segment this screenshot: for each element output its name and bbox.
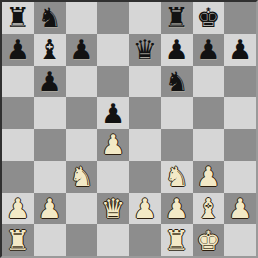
square-e1[interactable] — [129, 224, 161, 256]
black-rook-piece[interactable]: ♜ — [165, 4, 189, 31]
square-h1[interactable] — [224, 224, 256, 256]
square-f7[interactable]: ♟ — [161, 34, 193, 66]
black-pawn-piece[interactable]: ♟ — [228, 36, 252, 63]
square-f1[interactable]: ♜ — [161, 224, 193, 256]
square-g2[interactable]: ♝ — [193, 193, 225, 225]
chess-board: ♜♞♜♚♟♝♟♛♟♟♟♟♞♟♟♞♞♟♟♟♛♟♟♝♟♜♜♚ — [0, 0, 258, 258]
square-g4[interactable] — [193, 129, 225, 161]
white-pawn-piece[interactable]: ♟ — [196, 163, 220, 190]
square-e3[interactable] — [129, 161, 161, 193]
square-h3[interactable] — [224, 161, 256, 193]
square-h7[interactable]: ♟ — [224, 34, 256, 66]
white-king-piece[interactable]: ♚ — [196, 227, 220, 254]
black-pawn-piece[interactable]: ♟ — [6, 36, 30, 63]
square-d7[interactable] — [97, 34, 129, 66]
square-b8[interactable]: ♞ — [34, 2, 66, 34]
square-c4[interactable] — [66, 129, 98, 161]
white-pawn-piece[interactable]: ♟ — [101, 131, 125, 158]
square-b5[interactable] — [34, 97, 66, 129]
square-d3[interactable] — [97, 161, 129, 193]
square-d2[interactable]: ♛ — [97, 193, 129, 225]
square-b7[interactable]: ♝ — [34, 34, 66, 66]
square-g8[interactable]: ♚ — [193, 2, 225, 34]
square-d1[interactable] — [97, 224, 129, 256]
square-a5[interactable] — [2, 97, 34, 129]
square-d4[interactable]: ♟ — [97, 129, 129, 161]
square-a3[interactable] — [2, 161, 34, 193]
square-f4[interactable] — [161, 129, 193, 161]
square-g1[interactable]: ♚ — [193, 224, 225, 256]
square-h8[interactable] — [224, 2, 256, 34]
square-d8[interactable] — [97, 2, 129, 34]
square-g5[interactable] — [193, 97, 225, 129]
square-c5[interactable] — [66, 97, 98, 129]
square-a6[interactable] — [2, 66, 34, 98]
square-g3[interactable]: ♟ — [193, 161, 225, 193]
black-rook-piece[interactable]: ♜ — [6, 4, 30, 31]
square-g6[interactable] — [193, 66, 225, 98]
black-knight-piece[interactable]: ♞ — [165, 68, 189, 95]
white-queen-piece[interactable]: ♛ — [101, 195, 125, 222]
white-pawn-piece[interactable]: ♟ — [6, 195, 30, 222]
square-a4[interactable] — [2, 129, 34, 161]
black-king-piece[interactable]: ♚ — [196, 4, 220, 31]
square-f6[interactable]: ♞ — [161, 66, 193, 98]
square-b2[interactable]: ♟ — [34, 193, 66, 225]
square-e4[interactable] — [129, 129, 161, 161]
square-c1[interactable] — [66, 224, 98, 256]
white-pawn-piece[interactable]: ♟ — [38, 195, 62, 222]
white-bishop-piece[interactable]: ♝ — [196, 195, 220, 222]
square-a1[interactable]: ♜ — [2, 224, 34, 256]
square-e8[interactable] — [129, 2, 161, 34]
black-pawn-piece[interactable]: ♟ — [196, 36, 220, 63]
black-pawn-piece[interactable]: ♟ — [165, 36, 189, 63]
square-e2[interactable]: ♟ — [129, 193, 161, 225]
black-knight-piece[interactable]: ♞ — [38, 4, 62, 31]
square-b3[interactable] — [34, 161, 66, 193]
square-f5[interactable] — [161, 97, 193, 129]
white-pawn-piece[interactable]: ♟ — [133, 195, 157, 222]
square-f8[interactable]: ♜ — [161, 2, 193, 34]
square-d5[interactable]: ♟ — [97, 97, 129, 129]
square-e7[interactable]: ♛ — [129, 34, 161, 66]
square-h6[interactable] — [224, 66, 256, 98]
square-c8[interactable] — [66, 2, 98, 34]
square-a7[interactable]: ♟ — [2, 34, 34, 66]
black-pawn-piece[interactable]: ♟ — [38, 68, 62, 95]
white-pawn-piece[interactable]: ♟ — [228, 195, 252, 222]
black-queen-piece[interactable]: ♛ — [133, 36, 157, 63]
white-pawn-piece[interactable]: ♟ — [165, 195, 189, 222]
square-c3[interactable]: ♞ — [66, 161, 98, 193]
white-rook-piece[interactable]: ♜ — [6, 227, 30, 254]
white-rook-piece[interactable]: ♜ — [165, 227, 189, 254]
square-f2[interactable]: ♟ — [161, 193, 193, 225]
square-a2[interactable]: ♟ — [2, 193, 34, 225]
square-h5[interactable] — [224, 97, 256, 129]
square-h4[interactable] — [224, 129, 256, 161]
square-b1[interactable] — [34, 224, 66, 256]
black-bishop-piece[interactable]: ♝ — [38, 36, 62, 63]
white-knight-piece[interactable]: ♞ — [69, 163, 93, 190]
black-pawn-piece[interactable]: ♟ — [69, 36, 93, 63]
square-a8[interactable]: ♜ — [2, 2, 34, 34]
square-c6[interactable] — [66, 66, 98, 98]
square-e5[interactable] — [129, 97, 161, 129]
square-c7[interactable]: ♟ — [66, 34, 98, 66]
black-pawn-piece[interactable]: ♟ — [101, 100, 125, 127]
white-knight-piece[interactable]: ♞ — [165, 163, 189, 190]
square-g7[interactable]: ♟ — [193, 34, 225, 66]
square-b6[interactable]: ♟ — [34, 66, 66, 98]
square-c2[interactable] — [66, 193, 98, 225]
square-h2[interactable]: ♟ — [224, 193, 256, 225]
square-b4[interactable] — [34, 129, 66, 161]
square-e6[interactable] — [129, 66, 161, 98]
square-d6[interactable] — [97, 66, 129, 98]
square-f3[interactable]: ♞ — [161, 161, 193, 193]
